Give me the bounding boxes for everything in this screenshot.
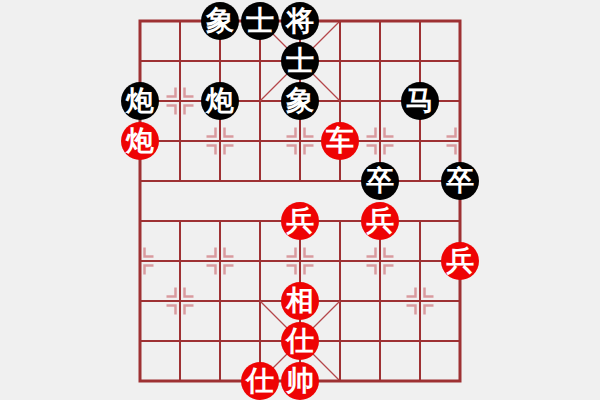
board-point-2-6[interactable] bbox=[200, 241, 240, 281]
board-point-1-6[interactable] bbox=[160, 241, 200, 281]
board-point-4-7[interactable]: 相 bbox=[280, 281, 320, 321]
board-point-8-1[interactable] bbox=[440, 41, 480, 81]
board-point-5-4[interactable] bbox=[320, 161, 360, 201]
board-point-6-0[interactable] bbox=[360, 1, 400, 41]
piece-red-chariot[interactable]: 车 bbox=[321, 122, 359, 160]
board-point-1-3[interactable] bbox=[160, 121, 200, 161]
board-point-8-5[interactable] bbox=[440, 201, 480, 241]
board-point-6-3[interactable] bbox=[360, 121, 400, 161]
board-point-6-9[interactable] bbox=[360, 361, 400, 400]
board-point-8-8[interactable] bbox=[440, 321, 480, 361]
board-point-3-7[interactable] bbox=[240, 281, 280, 321]
board-point-7-6[interactable] bbox=[400, 241, 440, 281]
board-point-7-9[interactable] bbox=[400, 361, 440, 400]
piece-red-advisor[interactable]: 仕 bbox=[241, 362, 279, 400]
board-point-0-6[interactable] bbox=[120, 241, 160, 281]
board-point-0-7[interactable] bbox=[120, 281, 160, 321]
board-point-6-7[interactable] bbox=[360, 281, 400, 321]
board-point-5-2[interactable] bbox=[320, 81, 360, 121]
board-point-8-0[interactable] bbox=[440, 1, 480, 41]
board-point-7-3[interactable] bbox=[400, 121, 440, 161]
piece-red-soldier[interactable]: 兵 bbox=[281, 202, 319, 240]
board-point-0-9[interactable] bbox=[120, 361, 160, 400]
board-point-2-1[interactable] bbox=[200, 41, 240, 81]
piece-black-general[interactable]: 将 bbox=[281, 2, 319, 40]
board-point-2-4[interactable] bbox=[200, 161, 240, 201]
board-point-1-1[interactable] bbox=[160, 41, 200, 81]
board-point-0-0[interactable] bbox=[120, 1, 160, 41]
board-point-5-3[interactable]: 车 bbox=[320, 121, 360, 161]
board-point-7-1[interactable] bbox=[400, 41, 440, 81]
xiangqi-board: 象士将士炮炮象马炮车卒卒兵兵兵相仕仕帅 bbox=[120, 1, 480, 400]
board-point-4-2[interactable]: 象 bbox=[280, 81, 320, 121]
piece-black-soldier[interactable]: 卒 bbox=[361, 162, 399, 200]
board-point-1-4[interactable] bbox=[160, 161, 200, 201]
board-point-4-6[interactable] bbox=[280, 241, 320, 281]
piece-red-advisor[interactable]: 仕 bbox=[281, 322, 319, 360]
board-point-3-0[interactable]: 士 bbox=[240, 1, 280, 41]
board-point-4-0[interactable]: 将 bbox=[280, 1, 320, 41]
board-point-6-8[interactable] bbox=[360, 321, 400, 361]
board-point-1-2[interactable] bbox=[160, 81, 200, 121]
board-point-8-2[interactable] bbox=[440, 81, 480, 121]
board-point-3-3[interactable] bbox=[240, 121, 280, 161]
board-point-4-1[interactable]: 士 bbox=[280, 41, 320, 81]
board-point-1-7[interactable] bbox=[160, 281, 200, 321]
piece-black-horse[interactable]: 马 bbox=[401, 82, 439, 120]
board-point-1-8[interactable] bbox=[160, 321, 200, 361]
board-point-0-8[interactable] bbox=[120, 321, 160, 361]
board-point-4-9[interactable]: 帅 bbox=[280, 361, 320, 400]
board-point-2-0[interactable]: 象 bbox=[200, 1, 240, 41]
board-point-3-5[interactable] bbox=[240, 201, 280, 241]
board-point-6-6[interactable] bbox=[360, 241, 400, 281]
board-point-5-9[interactable] bbox=[320, 361, 360, 400]
board-point-2-3[interactable] bbox=[200, 121, 240, 161]
board-point-2-7[interactable] bbox=[200, 281, 240, 321]
board-point-5-5[interactable] bbox=[320, 201, 360, 241]
board-point-7-4[interactable] bbox=[400, 161, 440, 201]
board-point-7-0[interactable] bbox=[400, 1, 440, 41]
piece-black-elephant[interactable]: 象 bbox=[281, 82, 319, 120]
board-point-2-5[interactable] bbox=[200, 201, 240, 241]
board-point-7-7[interactable] bbox=[400, 281, 440, 321]
board-point-5-1[interactable] bbox=[320, 41, 360, 81]
board-point-1-5[interactable] bbox=[160, 201, 200, 241]
board-point-0-1[interactable] bbox=[120, 41, 160, 81]
board-point-0-5[interactable] bbox=[120, 201, 160, 241]
board-point-4-8[interactable]: 仕 bbox=[280, 321, 320, 361]
piece-black-advisor[interactable]: 士 bbox=[241, 2, 279, 40]
board-point-5-7[interactable] bbox=[320, 281, 360, 321]
board-point-0-3[interactable]: 炮 bbox=[120, 121, 160, 161]
piece-black-elephant[interactable]: 象 bbox=[201, 2, 239, 40]
board-point-3-2[interactable] bbox=[240, 81, 280, 121]
board-point-2-9[interactable] bbox=[200, 361, 240, 400]
board-point-4-4[interactable] bbox=[280, 161, 320, 201]
board-point-5-0[interactable] bbox=[320, 1, 360, 41]
board-point-3-6[interactable] bbox=[240, 241, 280, 281]
board-point-1-9[interactable] bbox=[160, 361, 200, 400]
board-point-5-6[interactable] bbox=[320, 241, 360, 281]
board-point-7-8[interactable] bbox=[400, 321, 440, 361]
board-point-0-2[interactable]: 炮 bbox=[120, 81, 160, 121]
board-point-3-9[interactable]: 仕 bbox=[240, 361, 280, 400]
piece-black-soldier[interactable]: 卒 bbox=[441, 162, 479, 200]
piece-black-cannon[interactable]: 炮 bbox=[121, 82, 159, 120]
piece-black-cannon[interactable]: 炮 bbox=[201, 82, 239, 120]
piece-red-elephant[interactable]: 相 bbox=[281, 282, 319, 320]
board-point-8-9[interactable] bbox=[440, 361, 480, 400]
board-point-0-4[interactable] bbox=[120, 161, 160, 201]
board-point-2-8[interactable] bbox=[200, 321, 240, 361]
board-point-7-2[interactable]: 马 bbox=[400, 81, 440, 121]
board-point-8-6[interactable]: 兵 bbox=[440, 241, 480, 281]
piece-red-general[interactable]: 帅 bbox=[281, 362, 319, 400]
board-point-6-4[interactable]: 卒 bbox=[360, 161, 400, 201]
piece-black-advisor[interactable]: 士 bbox=[281, 42, 319, 80]
board-point-6-2[interactable] bbox=[360, 81, 400, 121]
board-point-7-5[interactable] bbox=[400, 201, 440, 241]
board-point-3-1[interactable] bbox=[240, 41, 280, 81]
piece-red-cannon[interactable]: 炮 bbox=[121, 122, 159, 160]
board-point-8-7[interactable] bbox=[440, 281, 480, 321]
piece-red-soldier[interactable]: 兵 bbox=[361, 202, 399, 240]
board-point-3-8[interactable] bbox=[240, 321, 280, 361]
board-point-8-3[interactable] bbox=[440, 121, 480, 161]
board-point-5-8[interactable] bbox=[320, 321, 360, 361]
board-point-6-1[interactable] bbox=[360, 41, 400, 81]
board-point-4-3[interactable] bbox=[280, 121, 320, 161]
board-point-6-5[interactable]: 兵 bbox=[360, 201, 400, 241]
board-point-8-4[interactable]: 卒 bbox=[440, 161, 480, 201]
piece-red-soldier[interactable]: 兵 bbox=[441, 242, 479, 280]
board-point-4-5[interactable]: 兵 bbox=[280, 201, 320, 241]
xiangqi-screenshot-root: 象士将士炮炮象马炮车卒卒兵兵兵相仕仕帅 bbox=[0, 0, 600, 400]
board-point-2-2[interactable]: 炮 bbox=[200, 81, 240, 121]
board-point-3-4[interactable] bbox=[240, 161, 280, 201]
board-point-1-0[interactable] bbox=[160, 1, 200, 41]
